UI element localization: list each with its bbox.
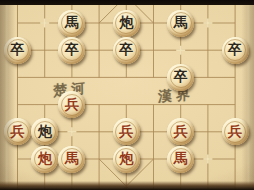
piece-red-cannon[interactable]: 炮 (113, 146, 140, 173)
piece-red-cannon[interactable]: 炮 (31, 146, 58, 173)
piece-glyph: 卒 (119, 43, 133, 57)
piece-black-soldier[interactable]: 卒 (4, 37, 31, 64)
piece-glyph: 卒 (11, 43, 25, 57)
piece-glyph: 卒 (228, 43, 242, 57)
piece-red-pawn[interactable]: 兵 (113, 118, 140, 145)
piece-glyph: 兵 (11, 125, 25, 139)
piece-black-horse[interactable]: 馬 (58, 10, 85, 37)
piece-black-cannon[interactable]: 炮 (31, 118, 58, 145)
piece-red-horse[interactable]: 馬 (167, 146, 194, 173)
piece-glyph: 卒 (174, 70, 188, 84)
piece-glyph: 炮 (38, 125, 52, 139)
piece-glyph: 馬 (174, 152, 188, 166)
piece-red-pawn[interactable]: 兵 (222, 118, 249, 145)
piece-glyph: 炮 (119, 152, 133, 166)
piece-glyph: 馬 (65, 152, 79, 166)
piece-glyph: 馬 (65, 16, 79, 30)
piece-black-soldier[interactable]: 卒 (58, 37, 85, 64)
piece-glyph: 兵 (119, 125, 133, 139)
piece-red-pawn[interactable]: 兵 (167, 118, 194, 145)
piece-black-soldier[interactable]: 卒 (167, 64, 194, 91)
piece-black-soldier[interactable]: 卒 (113, 37, 140, 64)
piece-layer: 馬炮馬卒卒卒卒卒兵兵炮兵兵兵炮馬炮馬 (0, 0, 254, 190)
piece-glyph: 卒 (65, 43, 79, 57)
piece-black-soldier[interactable]: 卒 (222, 37, 249, 64)
piece-red-pawn[interactable]: 兵 (4, 118, 31, 145)
piece-glyph: 炮 (119, 16, 133, 30)
piece-glyph: 馬 (174, 16, 188, 30)
piece-glyph: 兵 (65, 98, 79, 112)
piece-red-pawn[interactable]: 兵 (58, 91, 85, 118)
piece-glyph: 兵 (228, 125, 242, 139)
piece-glyph: 兵 (174, 125, 188, 139)
piece-black-cannon[interactable]: 炮 (113, 10, 140, 37)
piece-black-horse[interactable]: 馬 (167, 10, 194, 37)
letterbox-top (0, 0, 254, 5)
piece-red-horse[interactable]: 馬 (58, 146, 85, 173)
letterbox-bottom (0, 181, 254, 190)
piece-glyph: 炮 (38, 152, 52, 166)
xiangqi-board-screenshot: 楚河 漢界 馬炮馬卒卒卒卒卒兵兵炮兵兵兵炮馬炮馬 (0, 0, 254, 190)
